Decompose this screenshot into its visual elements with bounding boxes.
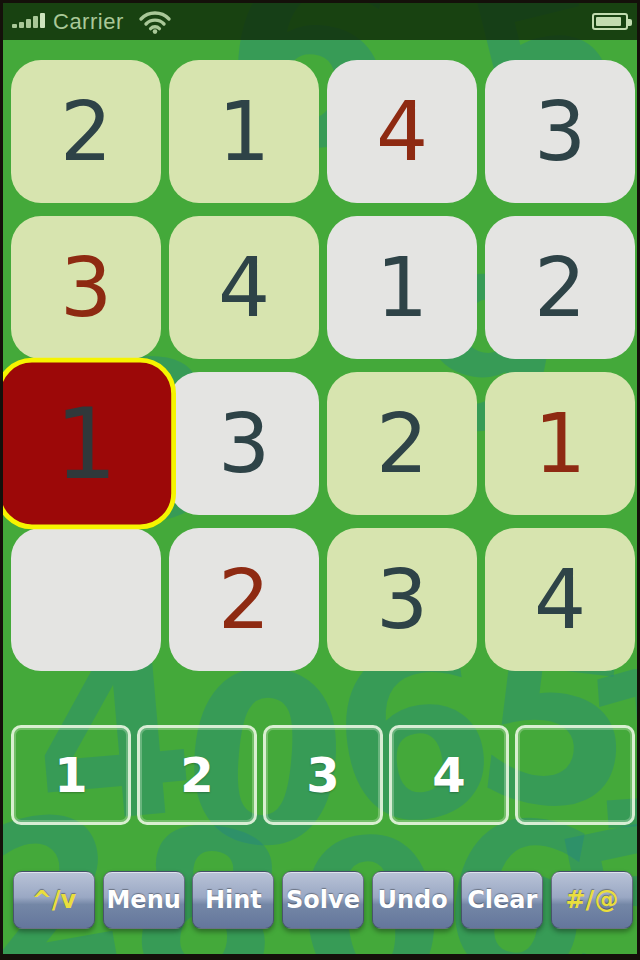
menu-button[interactable]: Menu [103, 871, 185, 929]
cell-r2c3[interactable]: 1 [485, 372, 635, 515]
cell-r3c0-empty[interactable] [11, 528, 161, 671]
carrier-label: Carrier [53, 9, 124, 35]
battery-fill [596, 17, 621, 26]
cell-r2c2[interactable]: 2 [327, 372, 477, 515]
numpad-button-1[interactable]: 1 [11, 725, 131, 825]
numpad-button-erase[interactable] [515, 725, 635, 825]
cell-r0c0[interactable]: 2 [11, 60, 161, 203]
cell-r0c2[interactable]: 4 [327, 60, 477, 203]
hint-button[interactable]: Hint [192, 871, 274, 929]
status-bar-left: Carrier [12, 9, 172, 35]
sudoku-board: 2 1 4 3 3 4 1 2 1 3 2 1 2 3 4 [11, 60, 635, 671]
numpad-button-3[interactable]: 3 [263, 725, 383, 825]
solve-button[interactable]: Solve [282, 871, 364, 929]
symbols-button[interactable]: #/@ [551, 871, 633, 929]
clear-button[interactable]: Clear [461, 871, 543, 929]
app-screen: 65394065128065 Carrier 2 1 [0, 0, 640, 960]
undo-button[interactable]: Undo [372, 871, 454, 929]
cell-r1c2[interactable]: 1 [327, 216, 477, 359]
cell-r0c3[interactable]: 3 [485, 60, 635, 203]
battery-icon [592, 13, 628, 30]
numpad-button-2[interactable]: 2 [137, 725, 257, 825]
toolbar: ^/v Menu Hint Solve Undo Clear #/@ [13, 871, 633, 929]
signal-bars-icon [12, 13, 45, 31]
cell-r3c3[interactable]: 4 [485, 528, 635, 671]
wifi-icon [138, 10, 172, 34]
cell-r1c0[interactable]: 3 [11, 216, 161, 359]
cell-r3c2[interactable]: 3 [327, 528, 477, 671]
number-pad: 1 2 3 4 [11, 725, 635, 825]
cell-r2c1[interactable]: 3 [169, 372, 319, 515]
cell-r3c1[interactable]: 2 [169, 528, 319, 671]
battery-nub [628, 19, 632, 26]
cell-r2c0-selected[interactable]: 1 [0, 358, 176, 530]
numpad-button-4[interactable]: 4 [389, 725, 509, 825]
cell-r0c1[interactable]: 1 [169, 60, 319, 203]
cell-r1c3[interactable]: 2 [485, 216, 635, 359]
cell-r1c1[interactable]: 4 [169, 216, 319, 359]
updown-button[interactable]: ^/v [13, 871, 95, 929]
status-bar: Carrier [3, 3, 637, 40]
status-bar-right [592, 13, 628, 30]
